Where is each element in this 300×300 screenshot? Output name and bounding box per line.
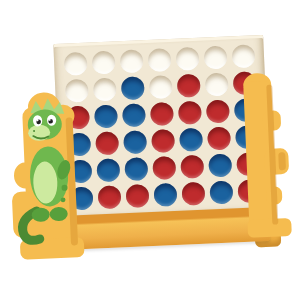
empty-hole xyxy=(175,47,199,71)
blue-disc xyxy=(209,180,233,204)
cell-r4c5 xyxy=(176,126,205,154)
red-disc xyxy=(152,156,176,180)
cell-r1c6 xyxy=(200,43,229,71)
empty-hole xyxy=(203,46,227,70)
blue-disc xyxy=(120,76,144,100)
empty-hole xyxy=(119,49,143,73)
blue-disc xyxy=(124,157,148,181)
empty-hole xyxy=(231,44,255,68)
cell-r5c3 xyxy=(121,155,150,183)
dinosaur-illustration xyxy=(5,89,92,264)
cell-r5c6 xyxy=(205,151,234,179)
red-disc xyxy=(125,184,149,208)
red-disc xyxy=(181,182,205,206)
empty-hole xyxy=(63,52,87,76)
blue-disc xyxy=(153,183,177,207)
cell-r2c6 xyxy=(202,70,231,98)
cell-r5c5 xyxy=(177,153,206,181)
cell-r6c4 xyxy=(150,181,179,209)
blue-disc xyxy=(123,130,147,154)
cell-r6c6 xyxy=(206,178,235,206)
left-support-panel xyxy=(5,89,92,264)
product-photo xyxy=(0,0,300,300)
cell-r3c5 xyxy=(175,99,204,127)
cell-r6c3 xyxy=(122,182,151,210)
cell-r1c3 xyxy=(117,47,146,75)
red-disc xyxy=(180,155,204,179)
empty-hole xyxy=(147,48,171,72)
cell-r2c5 xyxy=(174,72,203,100)
cell-r1c4 xyxy=(145,46,174,74)
cell-r1c1 xyxy=(61,50,90,78)
cell-r2c2 xyxy=(90,75,119,103)
cell-r3c2 xyxy=(91,102,120,130)
blue-disc xyxy=(94,104,118,128)
red-disc xyxy=(149,102,173,126)
cell-r2c3 xyxy=(118,74,147,102)
blue-disc xyxy=(208,153,232,177)
cell-r5c4 xyxy=(149,154,178,182)
cell-r4c3 xyxy=(120,128,149,156)
cell-r3c4 xyxy=(147,100,176,128)
cell-r6c5 xyxy=(178,180,207,208)
empty-hole xyxy=(204,73,228,97)
red-disc xyxy=(95,131,119,155)
cell-r1c2 xyxy=(89,48,118,76)
blue-disc xyxy=(121,103,145,127)
cell-r2c4 xyxy=(146,73,175,101)
red-disc xyxy=(177,101,201,125)
cell-r4c4 xyxy=(148,127,177,155)
cell-r5c2 xyxy=(93,156,122,184)
cell-r4c2 xyxy=(92,129,121,157)
empty-hole xyxy=(91,50,115,74)
blue-disc xyxy=(179,128,203,152)
red-disc xyxy=(151,129,175,153)
empty-hole xyxy=(148,75,172,99)
right-bracket-shape xyxy=(241,70,294,240)
cell-r1c7 xyxy=(228,42,257,70)
red-disc xyxy=(176,74,200,98)
cell-r1c5 xyxy=(172,45,201,73)
red-disc xyxy=(207,127,231,151)
cell-r3c3 xyxy=(119,101,148,129)
blue-disc xyxy=(96,158,120,182)
red-disc xyxy=(205,100,229,124)
connect-four-game xyxy=(13,24,287,275)
cell-r3c6 xyxy=(203,97,232,125)
right-support-panel xyxy=(241,70,294,240)
red-disc xyxy=(97,185,121,209)
cell-r6c2 xyxy=(94,183,123,211)
cell-r4c6 xyxy=(204,124,233,152)
empty-hole xyxy=(92,77,116,101)
